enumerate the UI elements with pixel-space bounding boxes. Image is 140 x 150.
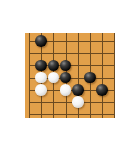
grid-vertical-line [114,33,115,118]
white-stone [72,96,84,108]
white-stone [60,84,72,96]
black-stone [48,60,60,72]
white-stone [35,72,47,84]
grid-vertical-line [29,33,30,118]
black-stone [60,72,72,84]
grid-horizontal-line [29,114,115,115]
grid-vertical-line [102,33,103,118]
black-stone [72,84,84,96]
black-stone [35,60,47,72]
screenshot-root [0,0,140,150]
white-stone [48,72,60,84]
black-stone [60,60,72,72]
white-stone [35,84,47,96]
grid-horizontal-line [29,53,115,54]
black-stone [35,35,47,47]
go-board[interactable] [25,33,115,118]
black-stone [96,84,108,96]
black-stone [84,72,96,84]
